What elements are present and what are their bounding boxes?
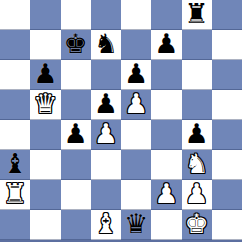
black-pawn[interactable]: ♟ [154,29,178,59]
white-king[interactable]: ♚ [185,209,209,239]
square-e4[interactable] [121,120,151,150]
square-c3[interactable] [61,150,91,180]
black-bishop[interactable]: ♝ [3,149,27,179]
white-pawn[interactable]: ♟ [124,89,148,119]
square-e1[interactable]: ♛ [121,210,151,240]
square-c2[interactable] [61,180,91,210]
square-a4[interactable] [0,120,30,150]
square-f1[interactable] [151,210,181,240]
square-a5[interactable] [0,90,30,120]
square-f8[interactable] [151,0,181,30]
square-e3[interactable] [121,150,151,180]
square-e6[interactable]: ♟ [121,60,151,90]
square-c4[interactable]: ♟ [61,120,91,150]
square-g4[interactable]: ♟ [182,120,212,150]
square-b1[interactable] [30,210,60,240]
square-c1[interactable] [61,210,91,240]
square-c5[interactable] [61,90,91,120]
white-knight[interactable]: ♞ [185,149,209,179]
square-d1[interactable]: ♝ [91,210,121,240]
black-knight[interactable]: ♞ [94,29,118,59]
square-a6[interactable] [0,60,30,90]
square-c6[interactable] [61,60,91,90]
square-h1[interactable] [212,210,242,240]
square-g8[interactable]: ♜ [182,0,212,30]
square-g6[interactable] [182,60,212,90]
square-b4[interactable] [30,120,60,150]
square-f7[interactable]: ♟ [151,30,181,60]
square-h3[interactable] [212,150,242,180]
square-b5[interactable]: ♛ [30,90,60,120]
square-e2[interactable] [121,180,151,210]
square-d7[interactable]: ♞ [91,30,121,60]
square-b3[interactable] [30,150,60,180]
square-f6[interactable] [151,60,181,90]
white-bishop[interactable]: ♝ [94,209,118,239]
black-rook[interactable]: ♜ [185,0,209,29]
square-c7[interactable]: ♚ [61,30,91,60]
black-king[interactable]: ♚ [64,29,88,59]
square-b6[interactable]: ♟ [30,60,60,90]
black-pawn[interactable]: ♟ [185,119,209,149]
square-a1[interactable] [0,210,30,240]
square-d4[interactable]: ♟ [91,120,121,150]
square-h7[interactable] [212,30,242,60]
white-rook[interactable]: ♜ [3,179,27,209]
square-f4[interactable] [151,120,181,150]
square-f3[interactable] [151,150,181,180]
square-f2[interactable]: ♟ [151,180,181,210]
square-h4[interactable] [212,120,242,150]
square-a2[interactable]: ♜ [0,180,30,210]
black-pawn[interactable]: ♟ [124,59,148,89]
square-h5[interactable] [212,90,242,120]
black-pawn[interactable]: ♟ [94,89,118,119]
square-g3[interactable]: ♞ [182,150,212,180]
white-pawn[interactable]: ♟ [185,179,209,209]
white-pawn[interactable]: ♟ [94,119,118,149]
square-g1[interactable]: ♚ [182,210,212,240]
square-a3[interactable]: ♝ [0,150,30,180]
square-e7[interactable] [121,30,151,60]
square-g5[interactable] [182,90,212,120]
square-h2[interactable] [212,180,242,210]
square-d3[interactable] [91,150,121,180]
square-h8[interactable] [212,0,242,30]
square-e5[interactable]: ♟ [121,90,151,120]
square-b8[interactable] [30,0,60,30]
black-queen[interactable]: ♛ [124,209,148,239]
white-pawn[interactable]: ♟ [154,179,178,209]
square-d8[interactable] [91,0,121,30]
square-e8[interactable] [121,0,151,30]
square-d2[interactable] [91,180,121,210]
square-b2[interactable] [30,180,60,210]
white-queen[interactable]: ♛ [33,89,57,119]
square-a7[interactable] [0,30,30,60]
square-c8[interactable] [61,0,91,30]
chess-board: ♜♚♞♟♟♟♛♟♟♟♟♟♝♞♜♟♟♝♛♚ [0,0,242,242]
square-f5[interactable] [151,90,181,120]
square-d5[interactable]: ♟ [91,90,121,120]
black-pawn[interactable]: ♟ [64,119,88,149]
square-g2[interactable]: ♟ [182,180,212,210]
square-g7[interactable] [182,30,212,60]
black-pawn[interactable]: ♟ [33,59,57,89]
square-a8[interactable] [0,0,30,30]
square-d6[interactable] [91,60,121,90]
square-h6[interactable] [212,60,242,90]
square-b7[interactable] [30,30,60,60]
